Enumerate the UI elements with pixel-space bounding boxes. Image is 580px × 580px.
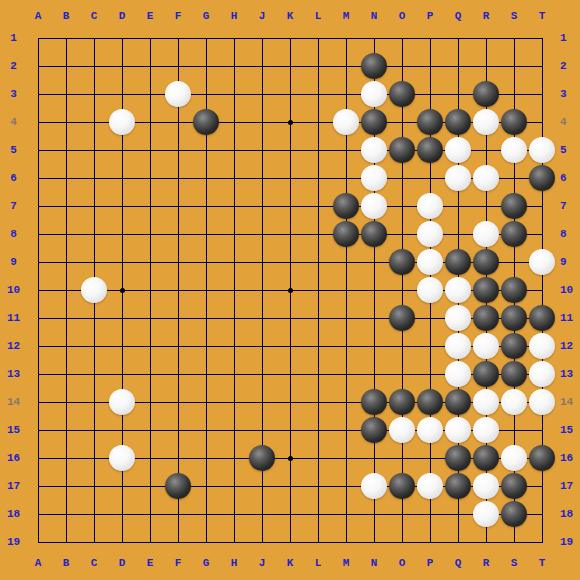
cell-Q2[interactable] [444,52,472,80]
cell-F1[interactable] [164,24,192,52]
cell-H16[interactable] [220,444,248,472]
cell-P19[interactable] [416,528,444,556]
cell-K2[interactable] [276,52,304,80]
cell-F13[interactable] [164,360,192,388]
cell-E9[interactable] [136,248,164,276]
cell-N13[interactable] [360,360,388,388]
cell-K14[interactable] [276,388,304,416]
cell-H11[interactable] [220,304,248,332]
cell-J10[interactable] [248,276,276,304]
cell-R13[interactable] [472,360,500,388]
cell-N3[interactable] [360,80,388,108]
cell-G13[interactable] [192,360,220,388]
cell-K1[interactable] [276,24,304,52]
cell-B13[interactable] [52,360,80,388]
cell-A7[interactable] [24,192,52,220]
cell-N10[interactable] [360,276,388,304]
cell-T2[interactable] [528,52,556,80]
cell-R2[interactable] [472,52,500,80]
cell-K8[interactable] [276,220,304,248]
cell-H15[interactable] [220,416,248,444]
cell-T13[interactable] [528,360,556,388]
cell-M9[interactable] [332,248,360,276]
cell-Q12[interactable] [444,332,472,360]
cell-D19[interactable] [108,528,136,556]
cell-H4[interactable] [220,108,248,136]
cell-T8[interactable] [528,220,556,248]
cell-R8[interactable] [472,220,500,248]
cell-N12[interactable] [360,332,388,360]
cell-H6[interactable] [220,164,248,192]
cell-T4[interactable] [528,108,556,136]
cell-T17[interactable] [528,472,556,500]
cell-K3[interactable] [276,80,304,108]
cell-A10[interactable] [24,276,52,304]
cell-O7[interactable] [388,192,416,220]
cell-O15[interactable] [388,416,416,444]
cell-Q10[interactable] [444,276,472,304]
cell-E12[interactable] [136,332,164,360]
cell-G9[interactable] [192,248,220,276]
cell-A4[interactable] [24,108,52,136]
cell-G11[interactable] [192,304,220,332]
cell-J2[interactable] [248,52,276,80]
cell-O19[interactable] [388,528,416,556]
cell-E18[interactable] [136,500,164,528]
cell-P2[interactable] [416,52,444,80]
cell-J9[interactable] [248,248,276,276]
cell-S4[interactable] [500,108,528,136]
cell-G15[interactable] [192,416,220,444]
cell-E14[interactable] [136,388,164,416]
cell-D8[interactable] [108,220,136,248]
cell-Q11[interactable] [444,304,472,332]
cell-O6[interactable] [388,164,416,192]
cell-B5[interactable] [52,136,80,164]
cell-O18[interactable] [388,500,416,528]
cell-A16[interactable] [24,444,52,472]
cell-S18[interactable] [500,500,528,528]
cell-H8[interactable] [220,220,248,248]
cell-K7[interactable] [276,192,304,220]
cell-M18[interactable] [332,500,360,528]
cell-O13[interactable] [388,360,416,388]
cell-P6[interactable] [416,164,444,192]
cell-K16[interactable] [276,444,304,472]
cell-M13[interactable] [332,360,360,388]
cell-M16[interactable] [332,444,360,472]
cell-M15[interactable] [332,416,360,444]
cell-S3[interactable] [500,80,528,108]
cell-Q13[interactable] [444,360,472,388]
cell-O8[interactable] [388,220,416,248]
cell-S7[interactable] [500,192,528,220]
cell-P5[interactable] [416,136,444,164]
cell-Q19[interactable] [444,528,472,556]
cell-F2[interactable] [164,52,192,80]
cell-D14[interactable] [108,388,136,416]
cell-J19[interactable] [248,528,276,556]
cell-G3[interactable] [192,80,220,108]
cell-B14[interactable] [52,388,80,416]
cell-G6[interactable] [192,164,220,192]
cell-D7[interactable] [108,192,136,220]
cell-N18[interactable] [360,500,388,528]
cell-B15[interactable] [52,416,80,444]
cell-A11[interactable] [24,304,52,332]
cell-F15[interactable] [164,416,192,444]
cell-A18[interactable] [24,500,52,528]
cell-C3[interactable] [80,80,108,108]
cell-Q15[interactable] [444,416,472,444]
cell-B12[interactable] [52,332,80,360]
cell-A9[interactable] [24,248,52,276]
cell-J7[interactable] [248,192,276,220]
cell-O10[interactable] [388,276,416,304]
cell-S11[interactable] [500,304,528,332]
cell-T11[interactable] [528,304,556,332]
cell-K19[interactable] [276,528,304,556]
cell-E11[interactable] [136,304,164,332]
cell-F4[interactable] [164,108,192,136]
cell-J17[interactable] [248,472,276,500]
cell-O5[interactable] [388,136,416,164]
cell-E16[interactable] [136,444,164,472]
cell-J18[interactable] [248,500,276,528]
cell-G8[interactable] [192,220,220,248]
cell-N19[interactable] [360,528,388,556]
cell-C15[interactable] [80,416,108,444]
cell-R19[interactable] [472,528,500,556]
cell-M5[interactable] [332,136,360,164]
cell-G16[interactable] [192,444,220,472]
cell-B19[interactable] [52,528,80,556]
cell-R14[interactable] [472,388,500,416]
cell-L19[interactable] [304,528,332,556]
cell-F8[interactable] [164,220,192,248]
cell-E4[interactable] [136,108,164,136]
cell-O9[interactable] [388,248,416,276]
cell-Q6[interactable] [444,164,472,192]
cell-P12[interactable] [416,332,444,360]
cell-K10[interactable] [276,276,304,304]
cell-A6[interactable] [24,164,52,192]
cell-R12[interactable] [472,332,500,360]
cell-A2[interactable] [24,52,52,80]
cell-R10[interactable] [472,276,500,304]
cell-D16[interactable] [108,444,136,472]
cell-L13[interactable] [304,360,332,388]
cell-S1[interactable] [500,24,528,52]
cell-M2[interactable] [332,52,360,80]
cell-F17[interactable] [164,472,192,500]
cell-N7[interactable] [360,192,388,220]
cell-O3[interactable] [388,80,416,108]
cell-C6[interactable] [80,164,108,192]
cell-Q17[interactable] [444,472,472,500]
cell-C12[interactable] [80,332,108,360]
cell-H2[interactable] [220,52,248,80]
cell-T9[interactable] [528,248,556,276]
cell-C1[interactable] [80,24,108,52]
cell-J12[interactable] [248,332,276,360]
cell-M1[interactable] [332,24,360,52]
cell-H1[interactable] [220,24,248,52]
cell-G5[interactable] [192,136,220,164]
cell-T14[interactable] [528,388,556,416]
cell-C14[interactable] [80,388,108,416]
cell-L7[interactable] [304,192,332,220]
cell-P17[interactable] [416,472,444,500]
cell-T6[interactable] [528,164,556,192]
cell-K9[interactable] [276,248,304,276]
cell-F9[interactable] [164,248,192,276]
cell-S19[interactable] [500,528,528,556]
cell-L15[interactable] [304,416,332,444]
cell-R9[interactable] [472,248,500,276]
cell-E8[interactable] [136,220,164,248]
cell-G18[interactable] [192,500,220,528]
cell-B8[interactable] [52,220,80,248]
cell-S14[interactable] [500,388,528,416]
cell-Q14[interactable] [444,388,472,416]
cell-O17[interactable] [388,472,416,500]
cell-F6[interactable] [164,164,192,192]
cell-O16[interactable] [388,444,416,472]
cell-H9[interactable] [220,248,248,276]
cell-H19[interactable] [220,528,248,556]
cell-P1[interactable] [416,24,444,52]
cell-B7[interactable] [52,192,80,220]
cell-T16[interactable] [528,444,556,472]
cell-E7[interactable] [136,192,164,220]
cell-S9[interactable] [500,248,528,276]
cell-Q18[interactable] [444,500,472,528]
cell-C13[interactable] [80,360,108,388]
cell-C7[interactable] [80,192,108,220]
cell-H13[interactable] [220,360,248,388]
cell-E19[interactable] [136,528,164,556]
cell-S5[interactable] [500,136,528,164]
cell-M14[interactable] [332,388,360,416]
cell-T10[interactable] [528,276,556,304]
cell-F12[interactable] [164,332,192,360]
cell-T1[interactable] [528,24,556,52]
cell-H3[interactable] [220,80,248,108]
cell-A14[interactable] [24,388,52,416]
cell-K11[interactable] [276,304,304,332]
cell-B18[interactable] [52,500,80,528]
cell-G14[interactable] [192,388,220,416]
cell-N1[interactable] [360,24,388,52]
cell-C11[interactable] [80,304,108,332]
cell-B9[interactable] [52,248,80,276]
cell-Q3[interactable] [444,80,472,108]
cell-R17[interactable] [472,472,500,500]
cell-N6[interactable] [360,164,388,192]
cell-S2[interactable] [500,52,528,80]
cell-C9[interactable] [80,248,108,276]
cell-D1[interactable] [108,24,136,52]
cell-J14[interactable] [248,388,276,416]
cell-K5[interactable] [276,136,304,164]
cell-D2[interactable] [108,52,136,80]
cell-G19[interactable] [192,528,220,556]
cell-P9[interactable] [416,248,444,276]
cell-R15[interactable] [472,416,500,444]
cell-O1[interactable] [388,24,416,52]
cell-S17[interactable] [500,472,528,500]
cell-F18[interactable] [164,500,192,528]
cell-T12[interactable] [528,332,556,360]
cell-M12[interactable] [332,332,360,360]
cell-M17[interactable] [332,472,360,500]
cell-D4[interactable] [108,108,136,136]
cell-S15[interactable] [500,416,528,444]
cell-N17[interactable] [360,472,388,500]
cell-S13[interactable] [500,360,528,388]
cell-L9[interactable] [304,248,332,276]
cell-Q7[interactable] [444,192,472,220]
cell-L8[interactable] [304,220,332,248]
cell-P13[interactable] [416,360,444,388]
cell-R5[interactable] [472,136,500,164]
cell-L2[interactable] [304,52,332,80]
cell-O4[interactable] [388,108,416,136]
cell-L6[interactable] [304,164,332,192]
cell-R6[interactable] [472,164,500,192]
cell-C2[interactable] [80,52,108,80]
cell-M8[interactable] [332,220,360,248]
cell-M4[interactable] [332,108,360,136]
cell-L11[interactable] [304,304,332,332]
cell-F11[interactable] [164,304,192,332]
cell-F10[interactable] [164,276,192,304]
cell-H14[interactable] [220,388,248,416]
cell-P7[interactable] [416,192,444,220]
cell-C10[interactable] [80,276,108,304]
cell-D15[interactable] [108,416,136,444]
cell-K4[interactable] [276,108,304,136]
cell-J3[interactable] [248,80,276,108]
cell-K17[interactable] [276,472,304,500]
cell-P18[interactable] [416,500,444,528]
cell-J13[interactable] [248,360,276,388]
cell-E1[interactable] [136,24,164,52]
cell-D3[interactable] [108,80,136,108]
cell-M6[interactable] [332,164,360,192]
cell-L5[interactable] [304,136,332,164]
cell-H7[interactable] [220,192,248,220]
cell-T5[interactable] [528,136,556,164]
cell-A5[interactable] [24,136,52,164]
cell-P4[interactable] [416,108,444,136]
cell-B10[interactable] [52,276,80,304]
cell-B1[interactable] [52,24,80,52]
cell-G7[interactable] [192,192,220,220]
cell-T3[interactable] [528,80,556,108]
cell-G10[interactable] [192,276,220,304]
cell-S10[interactable] [500,276,528,304]
cell-A17[interactable] [24,472,52,500]
cell-R7[interactable] [472,192,500,220]
cell-L14[interactable] [304,388,332,416]
cell-Q1[interactable] [444,24,472,52]
cell-F16[interactable] [164,444,192,472]
cell-D11[interactable] [108,304,136,332]
cell-A12[interactable] [24,332,52,360]
cell-L17[interactable] [304,472,332,500]
cell-E6[interactable] [136,164,164,192]
cell-A13[interactable] [24,360,52,388]
cell-L1[interactable] [304,24,332,52]
cell-M3[interactable] [332,80,360,108]
cell-D10[interactable] [108,276,136,304]
cell-L4[interactable] [304,108,332,136]
cell-D18[interactable] [108,500,136,528]
cell-A3[interactable] [24,80,52,108]
cell-R16[interactable] [472,444,500,472]
cell-T7[interactable] [528,192,556,220]
cell-J5[interactable] [248,136,276,164]
cell-Q8[interactable] [444,220,472,248]
cell-D12[interactable] [108,332,136,360]
cell-R18[interactable] [472,500,500,528]
cell-M11[interactable] [332,304,360,332]
cell-H5[interactable] [220,136,248,164]
cell-E15[interactable] [136,416,164,444]
cell-R11[interactable] [472,304,500,332]
cell-O11[interactable] [388,304,416,332]
cell-A19[interactable] [24,528,52,556]
cell-N2[interactable] [360,52,388,80]
cell-P15[interactable] [416,416,444,444]
cell-J4[interactable] [248,108,276,136]
cell-A15[interactable] [24,416,52,444]
cell-B16[interactable] [52,444,80,472]
cell-L12[interactable] [304,332,332,360]
cell-B2[interactable] [52,52,80,80]
cell-J6[interactable] [248,164,276,192]
cell-D9[interactable] [108,248,136,276]
cell-G17[interactable] [192,472,220,500]
cell-D13[interactable] [108,360,136,388]
cell-G12[interactable] [192,332,220,360]
cell-S6[interactable] [500,164,528,192]
cell-E3[interactable] [136,80,164,108]
cell-D17[interactable] [108,472,136,500]
cell-E13[interactable] [136,360,164,388]
cell-S12[interactable] [500,332,528,360]
cell-T18[interactable] [528,500,556,528]
cell-D6[interactable] [108,164,136,192]
cell-J8[interactable] [248,220,276,248]
cell-Q9[interactable] [444,248,472,276]
cell-E10[interactable] [136,276,164,304]
cell-H12[interactable] [220,332,248,360]
cell-Q16[interactable] [444,444,472,472]
cell-N8[interactable] [360,220,388,248]
cell-P14[interactable] [416,388,444,416]
cell-C19[interactable] [80,528,108,556]
cell-N16[interactable] [360,444,388,472]
cell-M7[interactable] [332,192,360,220]
cell-C8[interactable] [80,220,108,248]
cell-O2[interactable] [388,52,416,80]
cell-B3[interactable] [52,80,80,108]
cell-O12[interactable] [388,332,416,360]
cell-P11[interactable] [416,304,444,332]
